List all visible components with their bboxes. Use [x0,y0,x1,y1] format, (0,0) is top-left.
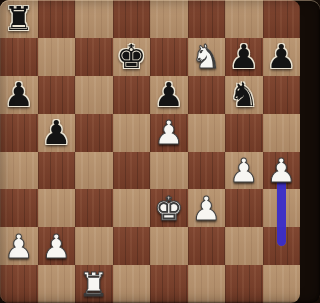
square-b1[interactable] [38,265,76,303]
square-g1[interactable] [225,265,263,303]
square-d8[interactable] [113,0,151,38]
square-e3[interactable]: ♚ [150,189,188,227]
square-b8[interactable] [38,0,76,38]
black-pawn-g7[interactable]: ♟ [229,40,259,73]
square-a7[interactable] [0,38,38,76]
square-e7[interactable] [150,38,188,76]
white-pawn-b2[interactable]: ♟ [41,230,71,263]
square-b5[interactable]: ♟ [38,114,76,152]
square-f5[interactable] [188,114,226,152]
square-g5[interactable] [225,114,263,152]
white-pawn-h4[interactable]: ♟ [266,154,296,187]
square-g3[interactable] [225,189,263,227]
square-g7[interactable]: ♟ [225,38,263,76]
square-a3[interactable] [0,189,38,227]
square-d2[interactable] [113,227,151,265]
square-d6[interactable] [113,76,151,114]
white-king-e3[interactable]: ♚ [154,192,184,225]
square-f3[interactable]: ♟ [188,189,226,227]
black-pawn-a6[interactable]: ♟ [4,78,34,111]
black-pawn-e6[interactable]: ♟ [154,78,184,111]
square-h1[interactable] [263,265,301,303]
square-c2[interactable] [75,227,113,265]
square-f1[interactable] [188,265,226,303]
square-d5[interactable] [113,114,151,152]
black-rook-a8[interactable]: ♜ [4,2,34,35]
square-e5[interactable]: ♟ [150,114,188,152]
square-f6[interactable] [188,76,226,114]
square-h6[interactable] [263,76,301,114]
square-e8[interactable] [150,0,188,38]
square-b3[interactable] [38,189,76,227]
square-a2[interactable]: ♟ [0,227,38,265]
square-g6[interactable]: ♞ [225,76,263,114]
square-a8[interactable]: ♜ [0,0,38,38]
square-a6[interactable]: ♟ [0,76,38,114]
square-f2[interactable] [188,227,226,265]
square-c5[interactable] [75,114,113,152]
square-a1[interactable] [0,265,38,303]
square-f8[interactable] [188,0,226,38]
white-pawn-e5[interactable]: ♟ [154,116,184,149]
square-g8[interactable] [225,0,263,38]
white-pawn-g4[interactable]: ♟ [229,154,259,187]
square-c1[interactable]: ♜ [75,265,113,303]
square-a4[interactable] [0,152,38,190]
square-c7[interactable] [75,38,113,76]
square-b7[interactable] [38,38,76,76]
white-knight-f7[interactable]: ♞ [191,40,221,73]
black-pawn-h7[interactable]: ♟ [266,40,296,73]
square-e1[interactable] [150,265,188,303]
square-f4[interactable] [188,152,226,190]
square-b6[interactable] [38,76,76,114]
square-d4[interactable] [113,152,151,190]
square-c3[interactable] [75,189,113,227]
black-pawn-b5[interactable]: ♟ [41,116,71,149]
square-e2[interactable] [150,227,188,265]
black-king-d7[interactable]: ♚ [116,40,146,73]
square-d3[interactable] [113,189,151,227]
square-g2[interactable] [225,227,263,265]
square-h8[interactable] [263,0,301,38]
square-h7[interactable]: ♟ [263,38,301,76]
black-knight-g6[interactable]: ♞ [229,78,259,111]
square-d7[interactable]: ♚ [113,38,151,76]
square-f7[interactable]: ♞ [188,38,226,76]
square-e4[interactable] [150,152,188,190]
square-g4[interactable]: ♟ [225,152,263,190]
chess-board[interactable]: ♜♚♞♟♟♟♟♞♟♟♟♟♚♟♟♟♜ [0,0,300,303]
white-pawn-f3[interactable]: ♟ [191,192,221,225]
square-d1[interactable] [113,265,151,303]
square-a5[interactable] [0,114,38,152]
square-e6[interactable]: ♟ [150,76,188,114]
square-c4[interactable] [75,152,113,190]
square-h5[interactable] [263,114,301,152]
white-rook-c1[interactable]: ♜ [79,268,109,301]
square-b2[interactable]: ♟ [38,227,76,265]
square-b4[interactable] [38,152,76,190]
white-pawn-a2[interactable]: ♟ [4,230,34,263]
square-h4[interactable]: ♟ [263,152,301,190]
square-c6[interactable] [75,76,113,114]
square-c8[interactable] [75,0,113,38]
